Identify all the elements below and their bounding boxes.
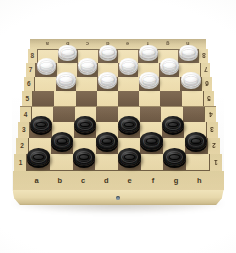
white-checker-glyph: ⛀ (37, 58, 56, 73)
white-checker-glyph: ⛀ (98, 72, 118, 87)
square-d5[interactable] (97, 91, 118, 106)
board-corner (211, 171, 224, 190)
square-g5[interactable] (160, 91, 181, 106)
black-checker-c1[interactable]: ⛂ (73, 148, 96, 166)
rank-label-left-8: 8 (28, 49, 37, 63)
white-checker-a7[interactable]: ⛀ (37, 58, 56, 73)
rank-label-right-8: 8 (199, 49, 208, 63)
square-f4[interactable] (140, 107, 162, 122)
rank-label-right-1: 1 (210, 154, 222, 171)
rank-label-left-6: 6 (24, 77, 34, 92)
square-c3[interactable]: ⛂ (74, 122, 96, 138)
square-g6[interactable] (160, 77, 181, 92)
white-checker-glyph: ⛀ (139, 45, 158, 60)
board-rank-6: ⛀⛀⛀⛀ (34, 77, 203, 92)
square-e7[interactable]: ⛀ (118, 63, 138, 77)
square-c6[interactable] (76, 77, 97, 92)
white-checker-f8[interactable]: ⛀ (139, 45, 158, 60)
checkers-board: abcdefgh8⛀⛀⛀⛀87⛀⛀⛀⛀76⛀⛀⛀⛀655443⛂⛂⛂⛂32⛂⛂⛂… (12, 39, 224, 191)
square-b2[interactable]: ⛂ (51, 138, 73, 155)
file-label-bottom-h: h (188, 171, 211, 190)
rank-row-1: 1⛂⛂⛂⛂1 (14, 154, 221, 171)
board-corner (30, 39, 38, 49)
file-label-bottom-g: g (165, 171, 188, 190)
black-checker-glyph: ⛂ (51, 132, 73, 149)
white-checker-glyph: ⛀ (160, 58, 179, 73)
file-labels-bottom: abcdefgh (13, 171, 224, 190)
rank-label-right-2: 2 (208, 138, 220, 155)
file-label-top-g: g (158, 39, 178, 49)
black-checker-glyph: ⛂ (27, 148, 50, 166)
white-checker-d6[interactable]: ⛀ (98, 72, 118, 87)
rank-label-right-4: 4 (205, 107, 216, 122)
rank-label-left-3: 3 (18, 122, 29, 138)
square-e1[interactable]: ⛂ (118, 154, 141, 170)
black-checker-f2[interactable]: ⛂ (140, 132, 162, 149)
square-f2[interactable]: ⛂ (140, 138, 162, 155)
board-rank-5 (32, 91, 204, 106)
square-a6[interactable] (35, 77, 56, 92)
square-b8[interactable]: ⛀ (58, 50, 78, 63)
square-a3[interactable]: ⛂ (30, 122, 52, 138)
square-e5[interactable] (118, 91, 139, 106)
square-g3[interactable]: ⛂ (162, 122, 184, 138)
white-checker-b8[interactable]: ⛀ (58, 45, 77, 60)
rank-label-right-5: 5 (204, 91, 214, 106)
black-checker-glyph: ⛂ (74, 116, 96, 133)
white-checker-glyph: ⛀ (179, 45, 198, 60)
white-checker-b6[interactable]: ⛀ (56, 72, 76, 87)
file-label-top-c: c (78, 39, 98, 49)
white-checker-g7[interactable]: ⛀ (160, 58, 179, 73)
square-d8[interactable]: ⛀ (98, 50, 118, 63)
black-checker-h2[interactable]: ⛂ (185, 132, 207, 149)
file-label-strip: abcdefgh (25, 171, 211, 190)
rank-label-right-6: 6 (202, 77, 212, 92)
file-label-bottom-d: d (95, 171, 118, 190)
black-checker-glyph: ⛂ (118, 148, 141, 166)
square-b5[interactable] (54, 91, 75, 106)
square-h1[interactable] (186, 154, 209, 170)
square-h5[interactable] (182, 91, 203, 106)
white-checker-glyph: ⛀ (99, 45, 118, 60)
white-checker-f6[interactable]: ⛀ (139, 72, 159, 87)
square-a5[interactable] (33, 91, 54, 106)
square-b1[interactable] (50, 154, 73, 170)
file-label-bottom-b: b (48, 171, 71, 190)
clasp-icon (116, 196, 120, 200)
square-c7[interactable]: ⛀ (77, 63, 97, 77)
board-corner (198, 39, 206, 49)
square-g1[interactable]: ⛂ (163, 154, 186, 170)
white-checker-glyph: ⛀ (119, 58, 138, 73)
rank-row-8: 8⛀⛀⛀⛀8 (28, 49, 208, 63)
black-checker-d2[interactable]: ⛂ (96, 132, 118, 149)
rank-label-left-5: 5 (22, 91, 32, 106)
black-checker-e3[interactable]: ⛂ (118, 116, 140, 133)
black-checker-a3[interactable]: ⛂ (30, 116, 52, 133)
black-checker-g1[interactable]: ⛂ (163, 148, 186, 166)
black-checker-glyph: ⛂ (163, 148, 186, 166)
file-label-top-e: e (118, 39, 138, 49)
black-checker-glyph: ⛂ (140, 132, 162, 149)
file-label-bottom-f: f (141, 171, 164, 190)
board-rank-1: ⛂⛂⛂⛂ (26, 154, 209, 171)
file-label-top-a: a (38, 39, 58, 49)
file-label-bottom-a: a (25, 171, 48, 190)
black-checker-b2[interactable]: ⛂ (51, 132, 73, 149)
black-checker-glyph: ⛂ (162, 116, 184, 133)
square-d1[interactable] (95, 154, 118, 170)
white-checker-h8[interactable]: ⛀ (179, 45, 198, 60)
photo-stage: abcdefgh8⛀⛀⛀⛀87⛀⛀⛀⛀76⛀⛀⛀⛀655443⛂⛂⛂⛂32⛂⛂⛂… (0, 0, 236, 253)
white-checker-glyph: ⛀ (139, 72, 159, 87)
square-b6[interactable]: ⛀ (56, 77, 77, 92)
white-checker-c7[interactable]: ⛀ (78, 58, 97, 73)
rank-label-left-4: 4 (20, 107, 31, 122)
rank-label-left-2: 2 (16, 138, 28, 155)
square-d6[interactable]: ⛀ (97, 77, 118, 92)
black-checker-glyph: ⛂ (118, 116, 140, 133)
rank-label-right-3: 3 (207, 122, 218, 138)
square-f1[interactable] (141, 154, 164, 170)
rank-label-left-7: 7 (26, 63, 35, 77)
square-d2[interactable]: ⛂ (96, 138, 118, 155)
file-label-bottom-c: c (72, 171, 95, 190)
square-e3[interactable]: ⛂ (118, 122, 140, 138)
square-a7[interactable]: ⛀ (36, 63, 56, 77)
square-e6[interactable] (118, 77, 139, 92)
square-c1[interactable]: ⛂ (73, 154, 96, 170)
square-h6[interactable]: ⛀ (180, 77, 201, 92)
black-checker-a1[interactable]: ⛂ (27, 148, 50, 166)
white-checker-e7[interactable]: ⛀ (119, 58, 138, 73)
square-d4[interactable] (96, 107, 118, 122)
white-checker-glyph: ⛀ (56, 72, 76, 87)
black-checker-glyph: ⛂ (96, 132, 118, 149)
rank-label-left-1: 1 (14, 154, 26, 171)
black-checker-glyph: ⛂ (30, 116, 52, 133)
square-f5[interactable] (139, 91, 160, 106)
black-checker-glyph: ⛂ (73, 148, 96, 166)
white-checker-glyph: ⛀ (181, 72, 201, 87)
file-label-bottom-e: e (118, 171, 141, 190)
rank-row-5: 55 (22, 91, 214, 106)
black-checker-g3[interactable]: ⛂ (162, 116, 184, 133)
square-g7[interactable]: ⛀ (159, 63, 179, 77)
square-c5[interactable] (76, 91, 97, 106)
square-h2[interactable]: ⛂ (185, 138, 207, 155)
black-checker-glyph: ⛂ (185, 132, 207, 149)
square-f6[interactable]: ⛀ (139, 77, 160, 92)
white-checker-d8[interactable]: ⛀ (99, 45, 118, 60)
rank-label-right-7: 7 (201, 63, 210, 77)
white-checker-glyph: ⛀ (58, 45, 77, 60)
board-front-edge (13, 190, 224, 205)
white-checker-h6[interactable]: ⛀ (181, 72, 201, 87)
square-f8[interactable]: ⛀ (138, 50, 158, 63)
square-h4[interactable] (183, 107, 205, 122)
white-checker-glyph: ⛀ (78, 58, 97, 73)
square-a1[interactable]: ⛂ (27, 154, 50, 170)
square-b4[interactable] (53, 107, 75, 122)
black-checker-c3[interactable]: ⛂ (74, 116, 96, 133)
rank-row-6: 6⛀⛀⛀⛀6 (24, 77, 212, 92)
black-checker-e1[interactable]: ⛂ (118, 148, 141, 166)
board-corner (13, 171, 26, 190)
square-h8[interactable]: ⛀ (178, 50, 198, 63)
